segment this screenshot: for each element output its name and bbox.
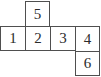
cube-net-board: 5 1 2 3 4 6 [0,1,101,76]
net-cell-face-3: 3 [50,26,75,51]
net-cell-face-5: 5 [25,1,50,26]
net-cell-face-2: 2 [25,26,50,51]
net-cell-face-4: 4 [75,26,100,51]
net-cell-face-6: 6 [75,51,100,76]
net-cell-face-1: 1 [0,26,25,51]
